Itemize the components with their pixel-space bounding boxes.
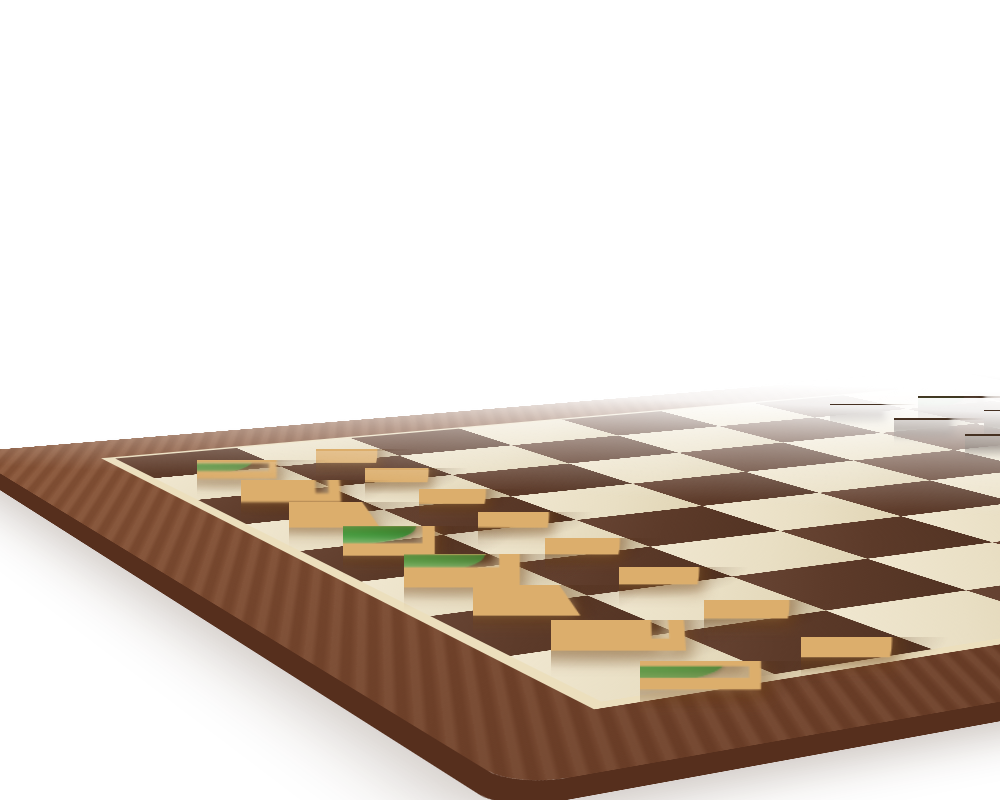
photo-canvas: ♜♞♝♛♚♝♞♜♟♟♟♟♟♟♟♟♟♟♟♟♟♟♟♟♜♞♝♛♚♝♞♜ <box>0 0 1000 800</box>
square-d7[interactable] <box>954 440 1000 469</box>
scene: ♜♞♝♛♚♝♞♜♟♟♟♟♟♟♟♟♟♟♟♟♟♟♟♟♜♞♝♛♚♝♞♜ <box>0 0 1000 800</box>
piece-shadow <box>988 393 1000 455</box>
pieces-layer: ♜♞♝♛♚♝♞♜♟♟♟♟♟♟♟♟♟♟♟♟♟♟♟♟♜♞♝♛♚♝♞♜ <box>0 371 1000 787</box>
chess-board: ♜♞♝♛♚♝♞♜♟♟♟♟♟♟♟♟♟♟♟♟♟♟♟♟♜♞♝♛♚♝♞♜ <box>0 371 1000 787</box>
black-pawn-glyph: ♟ <box>951 292 1000 496</box>
square-c8[interactable] <box>975 415 1000 440</box>
black-queen-glyph: ♛ <box>975 159 1000 521</box>
felt-base <box>932 396 1000 423</box>
piece-shadow <box>984 425 1000 477</box>
